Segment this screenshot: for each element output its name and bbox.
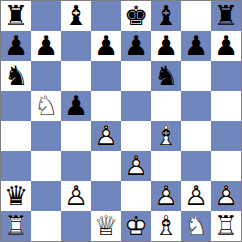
square-a3[interactable] — [1, 151, 31, 181]
square-a5[interactable] — [1, 91, 31, 121]
square-h5[interactable] — [211, 91, 241, 121]
black-rook[interactable]: ♜ — [1, 1, 31, 31]
square-g2[interactable]: ♟♙ — [181, 181, 211, 211]
square-c5[interactable]: ♟ — [61, 91, 91, 121]
white-king-outline: ♔ — [121, 211, 151, 241]
square-h1[interactable]: ♜♖ — [211, 211, 241, 241]
square-f2[interactable]: ♟♙ — [151, 181, 181, 211]
black-king[interactable]: ♚ — [121, 1, 151, 31]
square-b2[interactable] — [31, 181, 61, 211]
square-f1[interactable]: ♝♗ — [151, 211, 181, 241]
square-e6[interactable] — [121, 61, 151, 91]
square-f6[interactable]: ♞ — [151, 61, 181, 91]
square-d8[interactable] — [91, 1, 121, 31]
square-b1[interactable] — [31, 211, 61, 241]
white-pawn-outline: ♙ — [61, 181, 91, 211]
square-c7[interactable] — [61, 31, 91, 61]
square-c4[interactable] — [61, 121, 91, 151]
square-b7[interactable]: ♟ — [31, 31, 61, 61]
square-e8[interactable]: ♚ — [121, 1, 151, 31]
square-a6[interactable]: ♞ — [1, 61, 31, 91]
white-pawn-outline: ♙ — [91, 121, 121, 151]
square-b5[interactable]: ♞♘ — [31, 91, 61, 121]
black-knight[interactable]: ♞ — [151, 61, 181, 91]
square-h4[interactable] — [211, 121, 241, 151]
white-pawn[interactable]: ♟♙ — [211, 181, 241, 211]
square-c2[interactable]: ♟♙ — [61, 181, 91, 211]
black-pawn[interactable]: ♟ — [91, 31, 121, 61]
white-bishop[interactable]: ♝♗ — [151, 121, 181, 151]
white-pawn-outline: ♙ — [151, 181, 181, 211]
square-g7[interactable]: ♟ — [181, 31, 211, 61]
square-e2[interactable] — [121, 181, 151, 211]
white-pawn-outline: ♙ — [181, 181, 211, 211]
white-bishop-outline: ♗ — [151, 211, 181, 241]
white-bishop-outline: ♗ — [151, 121, 181, 151]
square-e3[interactable]: ♟♙ — [121, 151, 151, 181]
white-rook-outline: ♖ — [1, 211, 31, 241]
square-f5[interactable] — [151, 91, 181, 121]
white-rook[interactable]: ♜♖ — [1, 211, 31, 241]
white-rook[interactable]: ♜♖ — [211, 211, 241, 241]
black-pawn[interactable]: ♟ — [1, 31, 31, 61]
square-f8[interactable]: ♝ — [151, 1, 181, 31]
white-queen-outline: ♕ — [91, 211, 121, 241]
square-c8[interactable]: ♝ — [61, 1, 91, 31]
white-bishop[interactable]: ♝♗ — [151, 211, 181, 241]
white-king[interactable]: ♚♔ — [121, 211, 151, 241]
square-b4[interactable] — [31, 121, 61, 151]
black-queen[interactable]: ♛ — [1, 181, 31, 211]
white-pawn[interactable]: ♟♙ — [121, 151, 151, 181]
black-rook[interactable]: ♜ — [211, 1, 241, 31]
square-g6[interactable] — [181, 61, 211, 91]
square-h7[interactable]: ♟ — [211, 31, 241, 61]
square-a8[interactable]: ♜ — [1, 1, 31, 31]
black-pawn[interactable]: ♟ — [31, 31, 61, 61]
square-g8[interactable] — [181, 1, 211, 31]
square-d5[interactable] — [91, 91, 121, 121]
chess-board-wrapper: ♜♝♚♝♜♟♟♟♟♟♟♟♞♞♞♘♟♟♙♝♗♟♙♛♟♙♟♙♟♙♟♙♜♖♛♕♚♔♝♗… — [0, 0, 242, 242]
square-g5[interactable] — [181, 91, 211, 121]
square-h2[interactable]: ♟♙ — [211, 181, 241, 211]
black-bishop[interactable]: ♝ — [151, 1, 181, 31]
white-pawn[interactable]: ♟♙ — [181, 181, 211, 211]
white-pawn[interactable]: ♟♙ — [151, 181, 181, 211]
square-a7[interactable]: ♟ — [1, 31, 31, 61]
white-rook-outline: ♖ — [211, 211, 241, 241]
square-e4[interactable] — [121, 121, 151, 151]
white-knight[interactable]: ♞♘ — [181, 211, 211, 241]
black-pawn[interactable]: ♟ — [121, 31, 151, 61]
black-bishop[interactable]: ♝ — [61, 1, 91, 31]
square-b6[interactable] — [31, 61, 61, 91]
square-c6[interactable] — [61, 61, 91, 91]
square-e5[interactable] — [121, 91, 151, 121]
square-e1[interactable]: ♚♔ — [121, 211, 151, 241]
black-pawn[interactable]: ♟ — [211, 31, 241, 61]
white-knight-outline: ♘ — [181, 211, 211, 241]
square-a1[interactable]: ♜♖ — [1, 211, 31, 241]
square-d4[interactable]: ♟♙ — [91, 121, 121, 151]
black-knight[interactable]: ♞ — [1, 61, 31, 91]
square-h3[interactable] — [211, 151, 241, 181]
black-pawn[interactable]: ♟ — [151, 31, 181, 61]
white-pawn-outline: ♙ — [211, 181, 241, 211]
square-f7[interactable]: ♟ — [151, 31, 181, 61]
square-h8[interactable]: ♜ — [211, 1, 241, 31]
black-pawn[interactable]: ♟ — [181, 31, 211, 61]
square-c1[interactable] — [61, 211, 91, 241]
square-c3[interactable] — [61, 151, 91, 181]
square-f3[interactable] — [151, 151, 181, 181]
square-d2[interactable] — [91, 181, 121, 211]
square-b3[interactable] — [31, 151, 61, 181]
chess-board: ♜♝♚♝♜♟♟♟♟♟♟♟♞♞♞♘♟♟♙♝♗♟♙♛♟♙♟♙♟♙♟♙♜♖♛♕♚♔♝♗… — [0, 0, 242, 242]
white-queen[interactable]: ♛♕ — [91, 211, 121, 241]
square-a4[interactable] — [1, 121, 31, 151]
white-knight[interactable]: ♞♘ — [31, 91, 61, 121]
square-f4[interactable]: ♝♗ — [151, 121, 181, 151]
square-e7[interactable]: ♟ — [121, 31, 151, 61]
square-d6[interactable] — [91, 61, 121, 91]
square-d3[interactable] — [91, 151, 121, 181]
white-pawn[interactable]: ♟♙ — [61, 181, 91, 211]
white-knight-outline: ♘ — [31, 91, 61, 121]
square-g3[interactable] — [181, 151, 211, 181]
square-a2[interactable]: ♛ — [1, 181, 31, 211]
square-b8[interactable] — [31, 1, 61, 31]
square-h6[interactable] — [211, 61, 241, 91]
square-d1[interactable]: ♛♕ — [91, 211, 121, 241]
square-g1[interactable]: ♞♘ — [181, 211, 211, 241]
white-pawn-outline: ♙ — [121, 151, 151, 181]
square-d7[interactable]: ♟ — [91, 31, 121, 61]
square-g4[interactable] — [181, 121, 211, 151]
white-pawn[interactable]: ♟♙ — [91, 121, 121, 151]
black-pawn[interactable]: ♟ — [61, 91, 91, 121]
